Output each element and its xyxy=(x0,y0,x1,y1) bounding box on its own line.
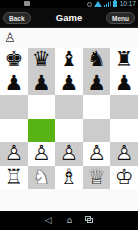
captured-tray-top: ♙ xyxy=(0,28,138,48)
white-piece-p: ♙ xyxy=(0,142,28,166)
white-piece-q: ♕ xyxy=(83,166,111,190)
black-piece-p: ♟ xyxy=(55,72,83,96)
black-piece-p: ♟ xyxy=(83,72,111,96)
black-piece-q: ♛ xyxy=(28,48,56,72)
square-a2[interactable]: ♟♙ xyxy=(0,142,28,166)
black-piece-p: ♟ xyxy=(28,72,56,96)
notification-icon xyxy=(24,1,30,6)
square-e6[interactable]: ♜ xyxy=(110,48,138,72)
white-piece-p: ♙ xyxy=(55,142,83,166)
square-a4[interactable] xyxy=(0,95,28,119)
white-piece-p: ♙ xyxy=(83,142,111,166)
white-piece-n: ♘ xyxy=(28,166,56,190)
square-b2[interactable]: ♟♙ xyxy=(28,142,56,166)
square-a6[interactable]: ♚ xyxy=(0,48,28,72)
square-c5[interactable]: ♟ xyxy=(55,72,83,96)
white-piece-p: ♙ xyxy=(110,142,138,166)
square-e3[interactable] xyxy=(110,119,138,143)
android-nav-bar: ◁ ⌂ xyxy=(0,211,138,230)
title-bar: Back Game Menu xyxy=(0,8,138,28)
square-d1[interactable]: ♛♕ xyxy=(83,166,111,190)
square-b4[interactable] xyxy=(28,95,56,119)
square-e4[interactable] xyxy=(110,95,138,119)
black-piece-p: ♟ xyxy=(110,72,138,96)
square-b1[interactable]: ♞♘ xyxy=(28,166,56,190)
black-piece-b: ♝ xyxy=(55,48,83,72)
square-d5[interactable]: ♟ xyxy=(83,72,111,96)
clock-icon xyxy=(87,2,92,7)
square-d4[interactable] xyxy=(83,95,111,119)
square-d6[interactable]: ♞ xyxy=(83,48,111,72)
square-c4[interactable] xyxy=(55,95,83,119)
square-e1[interactable]: ♚♔ xyxy=(110,166,138,190)
square-c3[interactable] xyxy=(55,119,83,143)
black-piece-k: ♚ xyxy=(0,48,28,72)
square-a3[interactable] xyxy=(0,119,28,143)
captured-white-pawn-icon: ♙ xyxy=(4,30,16,46)
black-piece-n: ♞ xyxy=(83,48,111,72)
square-c2[interactable]: ♟♙ xyxy=(55,142,83,166)
white-piece-r: ♖ xyxy=(0,166,28,190)
square-d2[interactable]: ♟♙ xyxy=(83,142,111,166)
signal-icon xyxy=(104,1,111,7)
captured-tray-bottom xyxy=(0,189,138,211)
white-piece-b: ♗ xyxy=(55,166,83,190)
white-piece-k: ♔ xyxy=(110,166,138,190)
square-b5[interactable]: ♟ xyxy=(28,72,56,96)
battery-icon xyxy=(113,1,117,7)
white-piece-p: ♙ xyxy=(28,142,56,166)
black-piece-r: ♜ xyxy=(110,48,138,72)
status-time: 10:17 xyxy=(120,0,136,8)
status-bar: 10:17 xyxy=(0,0,138,8)
square-a1[interactable]: ♜♖ xyxy=(0,166,28,190)
black-piece-p: ♟ xyxy=(0,72,28,96)
square-e2[interactable]: ♟♙ xyxy=(110,142,138,166)
square-e5[interactable]: ♟ xyxy=(110,72,138,96)
square-b6[interactable]: ♛ xyxy=(28,48,56,72)
recents-icon[interactable] xyxy=(87,218,93,223)
back-icon[interactable]: ◁ xyxy=(45,211,52,230)
wifi-icon xyxy=(94,1,102,7)
square-c6[interactable]: ♝ xyxy=(55,48,83,72)
square-d3[interactable] xyxy=(83,119,111,143)
phone-screen: 10:17 Back Game Menu ♙ ♚♛♝♞♜♟♟♟♟♟♟♙♟♙♟♙♟… xyxy=(0,0,138,230)
home-icon[interactable]: ⌂ xyxy=(67,211,73,230)
square-b3-highlighted[interactable] xyxy=(28,119,56,143)
square-c1[interactable]: ♝♗ xyxy=(55,166,83,190)
menu-button[interactable]: Menu xyxy=(106,12,135,24)
minichess-board: ♚♛♝♞♜♟♟♟♟♟♟♙♟♙♟♙♟♙♟♙♜♖♞♘♝♗♛♕♚♔ xyxy=(0,48,138,189)
square-a5[interactable]: ♟ xyxy=(0,72,28,96)
